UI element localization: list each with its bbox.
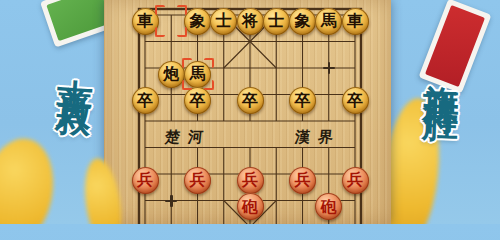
piece-character: 炮 [163,66,179,82]
point-marker-b3 [165,195,177,207]
piece-black-elephant-c10[interactable]: 象 [184,8,211,35]
piece-character: 卒 [347,93,363,109]
piece-character: 卒 [137,93,153,109]
board[interactable]: 楚河 漢界 車象士将士象馬車炮馬卒卒卒卒卒兵兵兵兵兵砲砲 [104,0,391,224]
green-card-fill [46,0,111,41]
piece-red-cannon-e3[interactable]: 砲 [237,193,264,220]
caption-left: 古普大叔 [51,48,102,79]
piece-character: 兵 [137,172,153,188]
piece-black-soldier-e7[interactable]: 卒 [237,87,264,114]
piece-red-soldier-c4[interactable]: 兵 [184,167,211,194]
piece-black-soldier-a7[interactable]: 卒 [132,87,159,114]
piece-black-general-e10[interactable]: 将 [237,8,264,35]
piece-black-soldier-g7[interactable]: 卒 [289,87,316,114]
piece-character: 砲 [242,199,258,215]
piece-character: 士 [216,13,232,29]
piece-character: 兵 [190,172,206,188]
piece-character: 卒 [242,93,258,109]
piece-black-chariot-i10[interactable]: 車 [342,8,369,35]
piece-black-soldier-c7[interactable]: 卒 [184,87,211,114]
piece-character: 将 [242,13,258,29]
piece-black-soldier-i7[interactable]: 卒 [342,87,369,114]
piece-red-soldier-g4[interactable]: 兵 [289,167,316,194]
piece-character: 象 [190,13,206,29]
river-label-han: 漢界 [289,128,347,147]
last-move-from-marker [155,5,187,37]
caption-right: 旗开得胜 [417,55,467,85]
piece-character: 兵 [242,172,258,188]
piece-character: 馬 [321,13,337,29]
piece-character: 卒 [190,93,206,109]
piece-character: 卒 [295,93,311,109]
piece-red-soldier-e4[interactable]: 兵 [237,167,264,194]
piece-black-elephant-g10[interactable]: 象 [289,8,316,35]
piece-character: 車 [137,13,153,29]
river-label-chu: 楚河 [159,128,217,147]
screenshot-root: { "game": "xiangqi", "scene": { "left_ca… [0,0,500,224]
piece-character: 砲 [321,199,337,215]
piece-character: 兵 [295,172,311,188]
piece-black-advisor-d10[interactable]: 士 [210,8,237,35]
piece-character: 象 [295,13,311,29]
piece-character: 兵 [347,172,363,188]
piece-black-horse-h10[interactable]: 馬 [315,8,342,35]
piece-character: 士 [268,13,284,29]
piece-character: 車 [347,13,363,29]
piece-red-soldier-i4[interactable]: 兵 [342,167,369,194]
last-move-to-marker [182,58,214,90]
point-marker-h8 [323,62,335,74]
yellow-jacket-left [0,132,63,224]
piece-red-soldier-a4[interactable]: 兵 [132,167,159,194]
piece-black-advisor-f10[interactable]: 士 [263,8,290,35]
